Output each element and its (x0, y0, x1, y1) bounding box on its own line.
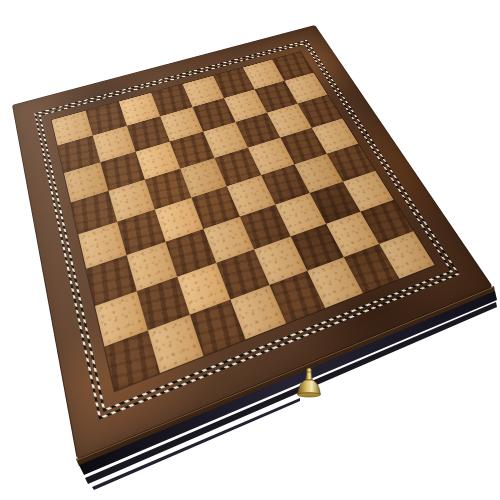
product-photo-background (0, 0, 500, 500)
